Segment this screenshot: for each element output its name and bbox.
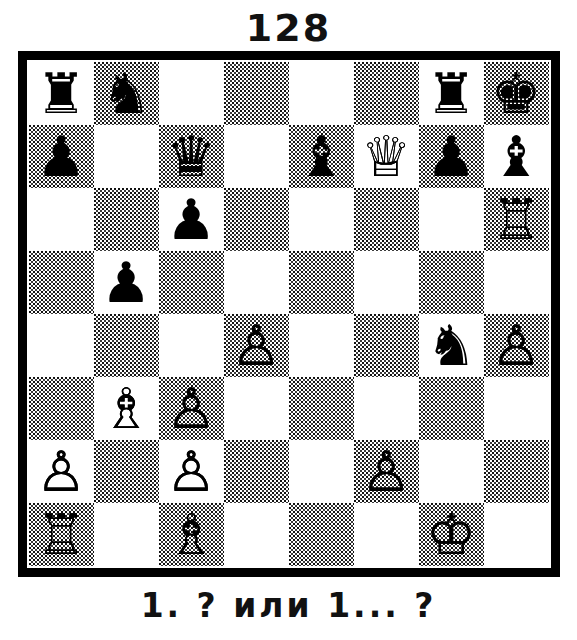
square-g4: ♞ — [419, 314, 484, 377]
black-pawn-c6: ♟ — [166, 188, 216, 251]
square-e1 — [289, 503, 354, 566]
square-b3: ♗ — [94, 377, 159, 440]
square-a3 — [29, 377, 94, 440]
square-d1 — [224, 503, 289, 566]
square-c6: ♟ — [159, 188, 224, 251]
square-b5: ♟ — [94, 251, 159, 314]
black-king-h8: ♚ — [491, 62, 541, 125]
square-h2 — [484, 440, 549, 503]
square-a7: ♟ — [29, 125, 94, 188]
square-h1 — [484, 503, 549, 566]
square-e3 — [289, 377, 354, 440]
black-knight-g4: ♞ — [426, 314, 476, 377]
square-b8: ♞ — [94, 62, 159, 125]
square-b4 — [94, 314, 159, 377]
square-h4: ♙ — [484, 314, 549, 377]
square-d8 — [224, 62, 289, 125]
square-b2 — [94, 440, 159, 503]
white-pawn-h4: ♙ — [491, 314, 541, 377]
square-h7: ♝ — [484, 125, 549, 188]
move-prompt-caption: 1. ? или 1... ? — [141, 586, 437, 625]
square-c3: ♙ — [159, 377, 224, 440]
square-d6 — [224, 188, 289, 251]
square-a5 — [29, 251, 94, 314]
square-f5 — [354, 251, 419, 314]
white-pawn-a2: ♙ — [36, 440, 86, 503]
white-rook-h6: ♖ — [491, 188, 541, 251]
white-bishop-b3: ♗ — [101, 377, 151, 440]
square-d4: ♙ — [224, 314, 289, 377]
square-h6: ♖ — [484, 188, 549, 251]
square-b7 — [94, 125, 159, 188]
white-pawn-f2: ♙ — [361, 440, 411, 503]
black-rook-g8: ♜ — [426, 62, 476, 125]
square-c4 — [159, 314, 224, 377]
white-pawn-d4: ♙ — [231, 314, 281, 377]
black-bishop-h7: ♝ — [491, 125, 541, 188]
white-bishop-c1: ♗ — [166, 503, 216, 566]
square-a4 — [29, 314, 94, 377]
square-g5 — [419, 251, 484, 314]
square-e6 — [289, 188, 354, 251]
square-c7: ♛ — [159, 125, 224, 188]
square-f3 — [354, 377, 419, 440]
square-h8: ♚ — [484, 62, 549, 125]
square-a2: ♙ — [29, 440, 94, 503]
square-d7 — [224, 125, 289, 188]
square-d3 — [224, 377, 289, 440]
square-e5 — [289, 251, 354, 314]
square-g7: ♟ — [419, 125, 484, 188]
square-g6 — [419, 188, 484, 251]
white-pawn-c2: ♙ — [166, 440, 216, 503]
square-g1: ♔ — [419, 503, 484, 566]
square-a6 — [29, 188, 94, 251]
square-f1 — [354, 503, 419, 566]
square-d2 — [224, 440, 289, 503]
black-rook-a8: ♜ — [36, 62, 86, 125]
square-g2 — [419, 440, 484, 503]
chess-board: ♜♞♜♚♟♛♝♕♟♝♟♖♟♙♞♙♗♙♙♙♙♖♗♔ — [29, 62, 549, 566]
square-c2: ♙ — [159, 440, 224, 503]
square-a8: ♜ — [29, 62, 94, 125]
black-pawn-b5: ♟ — [101, 251, 151, 314]
square-f2: ♙ — [354, 440, 419, 503]
white-rook-a1: ♖ — [36, 503, 86, 566]
black-queen-c7: ♛ — [166, 125, 216, 188]
square-h3 — [484, 377, 549, 440]
white-king-g1: ♔ — [426, 503, 476, 566]
square-g8: ♜ — [419, 62, 484, 125]
square-e4 — [289, 314, 354, 377]
square-e2 — [289, 440, 354, 503]
square-e8 — [289, 62, 354, 125]
square-f4 — [354, 314, 419, 377]
square-h5 — [484, 251, 549, 314]
white-pawn-c3: ♙ — [166, 377, 216, 440]
square-d5 — [224, 251, 289, 314]
square-f6 — [354, 188, 419, 251]
black-bishop-e7: ♝ — [296, 125, 346, 188]
square-c5 — [159, 251, 224, 314]
square-c8 — [159, 62, 224, 125]
square-f7: ♕ — [354, 125, 419, 188]
black-pawn-a7: ♟ — [36, 125, 86, 188]
square-b1 — [94, 503, 159, 566]
chess-diagram-page: 128 ♜♞♜♚♟♛♝♕♟♝♟♖♟♙♞♙♗♙♙♙♙♖♗♔ 1. ? или 1.… — [0, 0, 577, 640]
square-g3 — [419, 377, 484, 440]
black-knight-b8: ♞ — [101, 62, 151, 125]
black-pawn-g7: ♟ — [426, 125, 476, 188]
square-f8 — [354, 62, 419, 125]
white-queen-f7: ♕ — [361, 125, 411, 188]
square-e7: ♝ — [289, 125, 354, 188]
diagram-number: 128 — [246, 4, 331, 52]
square-a1: ♖ — [29, 503, 94, 566]
square-b6 — [94, 188, 159, 251]
board-frame: ♜♞♜♚♟♛♝♕♟♝♟♖♟♙♞♙♗♙♙♙♙♖♗♔ — [19, 52, 559, 576]
square-c1: ♗ — [159, 503, 224, 566]
